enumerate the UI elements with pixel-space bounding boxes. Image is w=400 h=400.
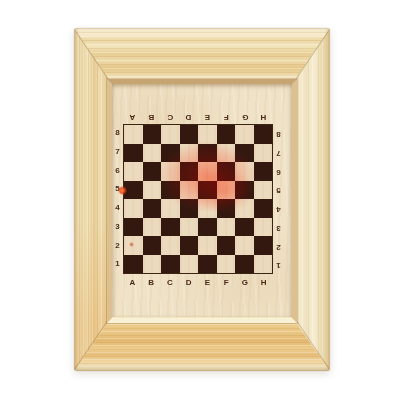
square-b6[interactable]: [143, 162, 162, 181]
square-g5[interactable]: [235, 181, 254, 200]
square-f8[interactable]: [217, 125, 236, 144]
square-e2[interactable]: [198, 236, 217, 255]
square-a7[interactable]: [124, 144, 143, 163]
square-e8[interactable]: [198, 125, 217, 144]
square-g2[interactable]: [235, 236, 254, 255]
wooden-door-panel: ABCDEFGH ABCDEFGH 87654321 87654321: [74, 28, 330, 371]
square-g3[interactable]: [235, 218, 254, 237]
frame-bottom-rail: [74, 317, 330, 371]
square-e1[interactable]: [198, 255, 217, 274]
square-c2[interactable]: [161, 236, 180, 255]
square-c5[interactable]: [161, 181, 180, 200]
frame-top-rail: [74, 28, 330, 84]
square-d8[interactable]: [180, 125, 199, 144]
square-c1[interactable]: [161, 255, 180, 274]
square-a3[interactable]: [124, 218, 143, 237]
square-b8[interactable]: [143, 125, 162, 144]
square-h2[interactable]: [254, 236, 273, 255]
square-h3[interactable]: [254, 218, 273, 237]
square-e4[interactable]: [198, 199, 217, 218]
square-d4[interactable]: [180, 199, 199, 218]
square-f3[interactable]: [217, 218, 236, 237]
square-g7[interactable]: [235, 144, 254, 163]
square-c3[interactable]: [161, 218, 180, 237]
square-a6[interactable]: [124, 162, 143, 181]
square-a8[interactable]: [124, 125, 143, 144]
square-d5[interactable]: [180, 181, 199, 200]
square-e3[interactable]: [198, 218, 217, 237]
red-glare-dot-a2: [129, 242, 134, 247]
square-h7[interactable]: [254, 144, 273, 163]
square-b1[interactable]: [143, 255, 162, 274]
square-b3[interactable]: [143, 218, 162, 237]
square-h6[interactable]: [254, 162, 273, 181]
square-d2[interactable]: [180, 236, 199, 255]
square-c6[interactable]: [161, 162, 180, 181]
red-glare-dot-a5: [118, 186, 127, 195]
square-f1[interactable]: [217, 255, 236, 274]
square-c7[interactable]: [161, 144, 180, 163]
frame-right-stile: [292, 28, 330, 371]
chess-board: [123, 124, 273, 274]
square-d6[interactable]: [180, 162, 199, 181]
square-b7[interactable]: [143, 144, 162, 163]
square-g1[interactable]: [235, 255, 254, 274]
square-b5[interactable]: [143, 181, 162, 200]
square-h1[interactable]: [254, 255, 273, 274]
square-f7[interactable]: [217, 144, 236, 163]
square-a1[interactable]: [124, 255, 143, 274]
square-a4[interactable]: [124, 199, 143, 218]
square-g4[interactable]: [235, 199, 254, 218]
square-d3[interactable]: [180, 218, 199, 237]
square-e7[interactable]: [198, 144, 217, 163]
square-h4[interactable]: [254, 199, 273, 218]
square-h8[interactable]: [254, 125, 273, 144]
square-d1[interactable]: [180, 255, 199, 274]
square-g8[interactable]: [235, 125, 254, 144]
square-c4[interactable]: [161, 199, 180, 218]
square-g6[interactable]: [235, 162, 254, 181]
square-f6[interactable]: [217, 162, 236, 181]
square-d7[interactable]: [180, 144, 199, 163]
square-b2[interactable]: [143, 236, 162, 255]
square-h5[interactable]: [254, 181, 273, 200]
square-f5[interactable]: [217, 181, 236, 200]
square-b4[interactable]: [143, 199, 162, 218]
square-f2[interactable]: [217, 236, 236, 255]
square-f4[interactable]: [217, 199, 236, 218]
square-e5[interactable]: [198, 181, 217, 200]
square-c8[interactable]: [161, 125, 180, 144]
square-e6[interactable]: [198, 162, 217, 181]
